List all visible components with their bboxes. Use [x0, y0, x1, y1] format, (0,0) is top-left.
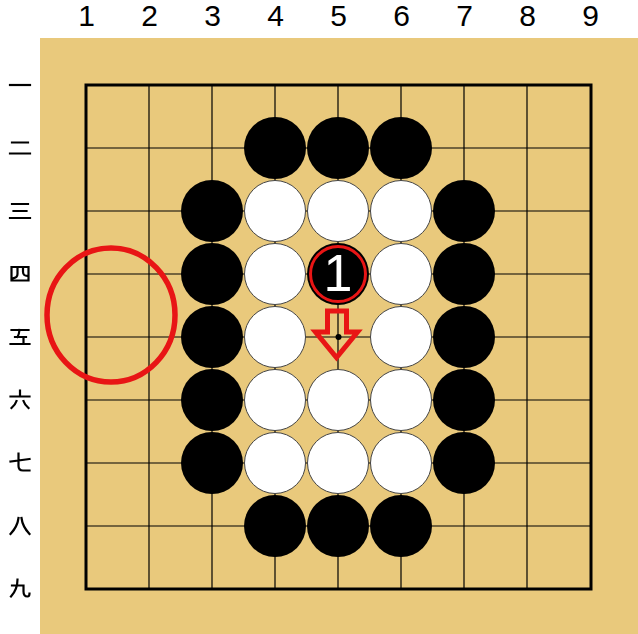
intersection-8-6[interactable]: [496, 369, 559, 432]
intersection-7-5[interactable]: [433, 306, 496, 369]
black-stone: [433, 369, 495, 431]
intersection-9-2[interactable]: [559, 117, 622, 180]
black-stone: [244, 117, 306, 179]
intersection-5-7[interactable]: [307, 432, 370, 495]
intersection-4-9[interactable]: [244, 558, 307, 621]
intersection-3-7[interactable]: [181, 432, 244, 495]
intersection-3-9[interactable]: [181, 558, 244, 621]
intersection-6-9[interactable]: [370, 558, 433, 621]
intersection-6-7[interactable]: [370, 432, 433, 495]
intersection-5-8[interactable]: [307, 495, 370, 558]
intersection-9-1[interactable]: [559, 54, 622, 117]
white-stone: [244, 180, 306, 242]
board-grid: 1: [55, 54, 622, 621]
row-label-8: [8, 514, 32, 538]
intersection-2-8[interactable]: [118, 495, 181, 558]
intersection-8-2[interactable]: [496, 117, 559, 180]
intersection-8-5[interactable]: [496, 306, 559, 369]
black-stone: [181, 243, 243, 305]
intersection-7-4[interactable]: [433, 243, 496, 306]
intersection-1-1[interactable]: [55, 54, 118, 117]
black-stone: 1: [307, 243, 369, 305]
intersection-4-8[interactable]: [244, 495, 307, 558]
intersection-8-4[interactable]: [496, 243, 559, 306]
intersection-6-6[interactable]: [370, 369, 433, 432]
intersection-8-3[interactable]: [496, 180, 559, 243]
row-label-1: [8, 73, 32, 97]
intersection-8-8[interactable]: [496, 495, 559, 558]
intersection-9-8[interactable]: [559, 495, 622, 558]
intersection-1-2[interactable]: [55, 117, 118, 180]
column-label-7: 7: [456, 1, 473, 31]
intersection-9-5[interactable]: [559, 306, 622, 369]
intersection-3-8[interactable]: [181, 495, 244, 558]
black-stone: [307, 495, 369, 557]
intersection-3-6[interactable]: [181, 369, 244, 432]
row-label-4: [8, 262, 32, 286]
black-stone: [370, 117, 432, 179]
black-stone: [433, 243, 495, 305]
white-stone: [370, 306, 432, 368]
intersection-3-2[interactable]: [181, 117, 244, 180]
intersection-2-1[interactable]: [118, 54, 181, 117]
intersection-2-7[interactable]: [118, 432, 181, 495]
intersection-1-6[interactable]: [55, 369, 118, 432]
intersection-9-7[interactable]: [559, 432, 622, 495]
intersection-7-9[interactable]: [433, 558, 496, 621]
black-stone: [433, 180, 495, 242]
intersection-1-3[interactable]: [55, 180, 118, 243]
go-diagram: 123456789 1: [0, 0, 638, 634]
intersection-5-6[interactable]: [307, 369, 370, 432]
intersection-6-3[interactable]: [370, 180, 433, 243]
intersection-5-2[interactable]: [307, 117, 370, 180]
intersection-4-7[interactable]: [244, 432, 307, 495]
black-stone: [181, 432, 243, 494]
intersection-8-9[interactable]: [496, 558, 559, 621]
intersection-9-9[interactable]: [559, 558, 622, 621]
intersection-5-1[interactable]: [307, 54, 370, 117]
black-stone: [244, 495, 306, 557]
intersection-1-9[interactable]: [55, 558, 118, 621]
intersection-1-7[interactable]: [55, 432, 118, 495]
intersection-9-3[interactable]: [559, 180, 622, 243]
white-stone: [370, 180, 432, 242]
intersection-1-4[interactable]: [55, 243, 118, 306]
black-stone: [181, 306, 243, 368]
black-stone: [370, 495, 432, 557]
column-label-8: 8: [519, 1, 536, 31]
intersection-4-5[interactable]: [244, 306, 307, 369]
black-stone: [181, 180, 243, 242]
intersection-2-3[interactable]: [118, 180, 181, 243]
intersection-3-4[interactable]: [181, 243, 244, 306]
row-label-9: [8, 577, 32, 601]
white-stone: [244, 432, 306, 494]
white-stone: [307, 432, 369, 494]
column-label-9: 9: [582, 1, 599, 31]
column-label-4: 4: [267, 1, 284, 31]
intersection-6-5[interactable]: [370, 306, 433, 369]
intersection-5-3[interactable]: [307, 180, 370, 243]
intersection-3-5[interactable]: [181, 306, 244, 369]
intersection-7-2[interactable]: [433, 117, 496, 180]
intersection-1-8[interactable]: [55, 495, 118, 558]
intersection-4-6[interactable]: [244, 369, 307, 432]
row-label-5: [8, 325, 32, 349]
intersection-6-1[interactable]: [370, 54, 433, 117]
intersection-2-5[interactable]: [118, 306, 181, 369]
intersection-4-4[interactable]: [244, 243, 307, 306]
intersection-5-9[interactable]: [307, 558, 370, 621]
intersection-2-9[interactable]: [118, 558, 181, 621]
intersection-5-4[interactable]: 1: [307, 243, 370, 306]
column-label-2: 2: [141, 1, 158, 31]
intersection-6-8[interactable]: [370, 495, 433, 558]
white-stone: [370, 369, 432, 431]
move-number: 1: [324, 247, 353, 299]
row-label-6: [8, 388, 32, 412]
intersection-1-5[interactable]: [55, 306, 118, 369]
intersection-9-4[interactable]: [559, 243, 622, 306]
intersection-3-3[interactable]: [181, 180, 244, 243]
column-label-3: 3: [204, 1, 221, 31]
intersection-8-1[interactable]: [496, 54, 559, 117]
black-stone: [433, 306, 495, 368]
intersection-7-7[interactable]: [433, 432, 496, 495]
white-stone: [370, 432, 432, 494]
column-label-1: 1: [78, 1, 95, 31]
black-stone: [307, 117, 369, 179]
white-stone: [244, 369, 306, 431]
intersection-2-6[interactable]: [118, 369, 181, 432]
intersection-3-1[interactable]: [181, 54, 244, 117]
white-stone: [244, 243, 306, 305]
column-label-5: 5: [330, 1, 347, 31]
white-stone: [370, 243, 432, 305]
intersection-7-1[interactable]: [433, 54, 496, 117]
row-label-2: [8, 136, 32, 160]
intersection-7-8[interactable]: [433, 495, 496, 558]
intersection-7-3[interactable]: [433, 180, 496, 243]
intersection-2-4[interactable]: [118, 243, 181, 306]
white-stone: [244, 306, 306, 368]
intersection-7-6[interactable]: [433, 369, 496, 432]
black-stone: [433, 432, 495, 494]
intersection-6-2[interactable]: [370, 117, 433, 180]
intersection-4-2[interactable]: [244, 117, 307, 180]
intersection-8-7[interactable]: [496, 432, 559, 495]
white-stone: [307, 369, 369, 431]
row-label-3: [8, 199, 32, 223]
intersection-6-4[interactable]: [370, 243, 433, 306]
column-label-6: 6: [393, 1, 410, 31]
intersection-5-5[interactable]: [307, 306, 370, 369]
black-stone: [181, 369, 243, 431]
intersection-4-1[interactable]: [244, 54, 307, 117]
intersection-9-6[interactable]: [559, 369, 622, 432]
intersection-2-2[interactable]: [118, 117, 181, 180]
white-stone: [307, 180, 369, 242]
intersection-4-3[interactable]: [244, 180, 307, 243]
row-label-7: [8, 451, 32, 475]
